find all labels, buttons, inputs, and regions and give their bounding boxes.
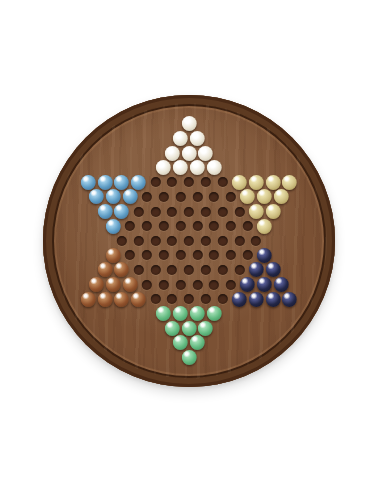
cell-r13-c11 — [248, 292, 265, 307]
marble-jade-green[interactable] — [173, 335, 188, 350]
cell-r5-c12 — [265, 175, 282, 190]
cell-r3-c2 — [181, 146, 198, 161]
grid-row-9 — [80, 233, 298, 248]
empty-hole[interactable] — [159, 221, 169, 231]
marble-khaki-yellow[interactable] — [249, 204, 264, 219]
cell-r13-c2 — [97, 292, 114, 307]
marble-white[interactable] — [181, 116, 196, 131]
marble-copper-brown[interactable] — [81, 292, 96, 307]
cell-r6-c4 — [139, 190, 156, 205]
cell-r6-c8 — [206, 190, 223, 205]
marble-white[interactable] — [190, 131, 205, 146]
empty-hole[interactable] — [159, 250, 169, 260]
cell-r8-c6 — [189, 219, 206, 234]
marble-light-blue[interactable] — [106, 189, 121, 204]
empty-hole[interactable] — [176, 221, 186, 231]
marble-khaki-yellow[interactable] — [282, 175, 297, 190]
cell-r5-c8 — [197, 175, 214, 190]
marble-jade-green[interactable] — [198, 321, 213, 336]
empty-hole[interactable] — [243, 221, 253, 231]
empty-hole[interactable] — [167, 265, 177, 275]
grid-row-17 — [80, 350, 298, 365]
cell-r13-c5 — [147, 292, 164, 307]
product-photo-canvas — [0, 0, 381, 492]
empty-hole[interactable] — [251, 236, 261, 246]
empty-hole[interactable] — [192, 250, 202, 260]
cell-r15-c2 — [181, 321, 198, 336]
empty-hole[interactable] — [192, 192, 202, 202]
cell-r4-c2 — [172, 160, 189, 175]
empty-hole[interactable] — [150, 294, 160, 304]
cell-r11-c5 — [164, 263, 181, 278]
cell-r8-c2 — [122, 219, 139, 234]
cell-r14-c2 — [172, 306, 189, 321]
cell-r16-c1 — [172, 336, 189, 351]
marble-copper-brown[interactable] — [106, 277, 121, 292]
empty-hole[interactable] — [218, 265, 228, 275]
grid-row-13 — [80, 292, 298, 307]
cell-r5-c2 — [97, 175, 114, 190]
cell-r10-c9 — [239, 248, 256, 263]
cell-r12-c1 — [88, 277, 105, 292]
marble-jade-green[interactable] — [165, 321, 180, 336]
empty-hole[interactable] — [167, 207, 177, 217]
marble-light-blue[interactable] — [81, 175, 96, 190]
marble-navy[interactable] — [249, 262, 264, 277]
empty-hole[interactable] — [192, 221, 202, 231]
marble-khaki-yellow[interactable] — [257, 189, 272, 204]
grid-row-10 — [80, 248, 298, 263]
empty-hole[interactable] — [184, 265, 194, 275]
cell-r13-c13 — [281, 292, 298, 307]
empty-hole[interactable] — [184, 177, 194, 187]
marble-white[interactable] — [190, 160, 205, 175]
grid-row-1 — [80, 117, 298, 132]
cell-r11-c9 — [231, 263, 248, 278]
empty-hole[interactable] — [243, 250, 253, 260]
cell-r10-c7 — [206, 248, 223, 263]
cell-r4-c3 — [189, 160, 206, 175]
cell-r11-c8 — [214, 263, 231, 278]
cell-r7-c4 — [147, 204, 164, 219]
marble-jade-green[interactable] — [156, 306, 171, 321]
empty-hole[interactable] — [159, 280, 169, 290]
empty-hole[interactable] — [167, 294, 177, 304]
cell-r6-c10 — [239, 190, 256, 205]
cell-r6-c11 — [256, 190, 273, 205]
empty-hole[interactable] — [167, 236, 177, 246]
empty-hole[interactable] — [134, 265, 144, 275]
empty-hole[interactable] — [142, 192, 152, 202]
marble-white[interactable] — [156, 160, 171, 175]
marble-navy[interactable] — [274, 277, 289, 292]
cell-r7-c6 — [181, 204, 198, 219]
empty-hole[interactable] — [150, 236, 160, 246]
marble-light-blue[interactable] — [123, 189, 138, 204]
cell-r14-c1 — [155, 306, 172, 321]
cell-r13-c3 — [113, 292, 130, 307]
cell-r9-c1 — [113, 233, 130, 248]
marble-copper-brown[interactable] — [98, 262, 113, 277]
empty-hole[interactable] — [209, 280, 219, 290]
cell-r5-c1 — [80, 175, 97, 190]
cell-r5-c11 — [248, 175, 265, 190]
empty-hole[interactable] — [234, 236, 244, 246]
marble-khaki-yellow[interactable] — [249, 175, 264, 190]
cell-r11-c2 — [113, 263, 130, 278]
cell-r6-c12 — [273, 190, 290, 205]
marble-white[interactable] — [173, 131, 188, 146]
marble-khaki-yellow[interactable] — [257, 219, 272, 234]
cell-r9-c6 — [197, 233, 214, 248]
grid-row-8 — [80, 219, 298, 234]
empty-hole[interactable] — [201, 265, 211, 275]
empty-hole[interactable] — [209, 192, 219, 202]
cell-r11-c3 — [130, 263, 147, 278]
empty-hole[interactable] — [226, 221, 236, 231]
marble-navy[interactable] — [232, 292, 247, 307]
cell-r10-c10 — [256, 248, 273, 263]
marble-light-blue[interactable] — [98, 175, 113, 190]
empty-hole[interactable] — [209, 221, 219, 231]
cell-r15-c3 — [197, 321, 214, 336]
marble-khaki-yellow[interactable] — [232, 175, 247, 190]
empty-hole[interactable] — [226, 250, 236, 260]
cell-r6-c3 — [122, 190, 139, 205]
empty-hole[interactable] — [167, 177, 177, 187]
cell-r8-c7 — [206, 219, 223, 234]
cell-r8-c5 — [172, 219, 189, 234]
cell-r9-c4 — [164, 233, 181, 248]
cell-r7-c5 — [164, 204, 181, 219]
cell-r9-c5 — [181, 233, 198, 248]
marble-jade-green[interactable] — [181, 321, 196, 336]
marble-copper-brown[interactable] — [98, 292, 113, 307]
marble-jade-green[interactable] — [190, 335, 205, 350]
cell-r5-c13 — [281, 175, 298, 190]
cell-r11-c4 — [147, 263, 164, 278]
cell-r6-c2 — [105, 190, 122, 205]
empty-hole[interactable] — [201, 207, 211, 217]
cell-r6-c7 — [189, 190, 206, 205]
marble-light-blue[interactable] — [98, 204, 113, 219]
empty-hole[interactable] — [142, 221, 152, 231]
cell-r7-c1 — [97, 204, 114, 219]
cell-r10-c5 — [172, 248, 189, 263]
cell-r6-c1 — [88, 190, 105, 205]
marble-navy[interactable] — [265, 292, 280, 307]
marble-navy[interactable] — [257, 248, 272, 263]
empty-hole[interactable] — [184, 294, 194, 304]
cell-r5-c6 — [164, 175, 181, 190]
empty-hole[interactable] — [125, 250, 135, 260]
grid-row-2 — [80, 131, 298, 146]
grid-row-15 — [80, 321, 298, 336]
empty-hole[interactable] — [218, 294, 228, 304]
cell-r7-c8 — [214, 204, 231, 219]
grid-row-12 — [80, 277, 298, 292]
cell-r9-c9 — [248, 233, 265, 248]
cell-r13-c4 — [130, 292, 147, 307]
cell-r13-c6 — [164, 292, 181, 307]
empty-hole[interactable] — [125, 221, 135, 231]
empty-hole[interactable] — [150, 207, 160, 217]
cell-r7-c3 — [130, 204, 147, 219]
cell-r13-c10 — [231, 292, 248, 307]
cell-r1-c1 — [181, 117, 198, 132]
grid-row-6 — [80, 190, 298, 205]
empty-hole[interactable] — [142, 250, 152, 260]
marble-white[interactable] — [165, 146, 180, 161]
cell-r8-c8 — [223, 219, 240, 234]
cell-r12-c2 — [105, 277, 122, 292]
cell-r4-c4 — [206, 160, 223, 175]
cell-r5-c7 — [181, 175, 198, 190]
cell-r10-c3 — [139, 248, 156, 263]
cell-r13-c12 — [265, 292, 282, 307]
cell-r9-c7 — [214, 233, 231, 248]
empty-hole[interactable] — [117, 236, 127, 246]
cell-r15-c1 — [164, 321, 181, 336]
cell-r12-c7 — [189, 277, 206, 292]
cell-r14-c4 — [206, 306, 223, 321]
marble-khaki-yellow[interactable] — [265, 204, 280, 219]
empty-hole[interactable] — [150, 265, 160, 275]
empty-hole[interactable] — [142, 280, 152, 290]
empty-hole[interactable] — [150, 177, 160, 187]
marble-copper-brown[interactable] — [114, 262, 129, 277]
marble-khaki-yellow[interactable] — [265, 175, 280, 190]
cell-r10-c2 — [122, 248, 139, 263]
empty-hole[interactable] — [201, 177, 211, 187]
cell-r6-c5 — [155, 190, 172, 205]
cell-r10-c1 — [105, 248, 122, 263]
grid-row-14 — [80, 306, 298, 321]
empty-hole[interactable] — [218, 207, 228, 217]
marble-navy[interactable] — [249, 292, 264, 307]
marble-white[interactable] — [181, 146, 196, 161]
cell-r9-c8 — [231, 233, 248, 248]
cell-r12-c10 — [239, 277, 256, 292]
cell-r9-c3 — [147, 233, 164, 248]
cell-r13-c1 — [80, 292, 97, 307]
marble-copper-brown[interactable] — [114, 292, 129, 307]
cell-r5-c10 — [231, 175, 248, 190]
cell-r8-c4 — [155, 219, 172, 234]
marble-khaki-yellow[interactable] — [274, 189, 289, 204]
grid-row-3 — [80, 146, 298, 161]
cell-r17-c1 — [181, 350, 198, 365]
empty-hole[interactable] — [234, 207, 244, 217]
cell-r11-c1 — [97, 263, 114, 278]
cell-r9-c2 — [130, 233, 147, 248]
marble-copper-brown[interactable] — [131, 292, 146, 307]
empty-hole[interactable] — [184, 207, 194, 217]
marble-copper-brown[interactable] — [123, 277, 138, 292]
cell-r6-c6 — [172, 190, 189, 205]
cell-r12-c6 — [172, 277, 189, 292]
cell-r14-c3 — [189, 306, 206, 321]
cell-r2-c2 — [189, 131, 206, 146]
empty-hole[interactable] — [176, 192, 186, 202]
cell-r4-c1 — [155, 160, 172, 175]
cell-r7-c9 — [231, 204, 248, 219]
cell-r10-c8 — [223, 248, 240, 263]
empty-hole[interactable] — [134, 207, 144, 217]
cell-r13-c8 — [197, 292, 214, 307]
cell-r7-c11 — [265, 204, 282, 219]
cell-r10-c6 — [189, 248, 206, 263]
cell-r5-c9 — [214, 175, 231, 190]
grid-row-7 — [80, 204, 298, 219]
cell-r12-c11 — [256, 277, 273, 292]
marble-copper-brown[interactable] — [106, 248, 121, 263]
cell-r16-c2 — [189, 336, 206, 351]
cell-r12-c4 — [139, 277, 156, 292]
empty-hole[interactable] — [184, 236, 194, 246]
cell-r6-c9 — [223, 190, 240, 205]
cell-r8-c10 — [256, 219, 273, 234]
empty-hole[interactable] — [201, 294, 211, 304]
cell-r11-c11 — [265, 263, 282, 278]
cell-r7-c10 — [248, 204, 265, 219]
empty-hole[interactable] — [234, 265, 244, 275]
empty-hole[interactable] — [176, 250, 186, 260]
empty-hole[interactable] — [159, 192, 169, 202]
cell-r12-c5 — [155, 277, 172, 292]
empty-hole[interactable] — [192, 280, 202, 290]
cell-r11-c6 — [181, 263, 198, 278]
cell-r2-c1 — [172, 131, 189, 146]
marble-white[interactable] — [207, 160, 222, 175]
cell-r13-c7 — [181, 292, 198, 307]
marble-light-blue[interactable] — [106, 219, 121, 234]
empty-hole[interactable] — [226, 280, 236, 290]
marble-jade-green[interactable] — [190, 306, 205, 321]
marble-copper-brown[interactable] — [89, 277, 104, 292]
cell-r3-c1 — [164, 146, 181, 161]
grid-row-4 — [80, 160, 298, 175]
marble-jade-green[interactable] — [173, 306, 188, 321]
marble-navy[interactable] — [265, 262, 280, 277]
cell-r12-c12 — [273, 277, 290, 292]
empty-hole[interactable] — [226, 192, 236, 202]
marble-khaki-yellow[interactable] — [240, 189, 255, 204]
cell-r8-c9 — [239, 219, 256, 234]
grid-row-16 — [80, 336, 298, 351]
marble-navy[interactable] — [257, 277, 272, 292]
cell-r5-c3 — [113, 175, 130, 190]
cell-r5-c4 — [130, 175, 147, 190]
cell-r12-c9 — [223, 277, 240, 292]
cell-r8-c1 — [105, 219, 122, 234]
chinese-checkers-board — [43, 95, 335, 387]
cell-r8-c3 — [139, 219, 156, 234]
cell-r13-c9 — [214, 292, 231, 307]
marble-light-blue[interactable] — [89, 189, 104, 204]
empty-hole[interactable] — [218, 177, 228, 187]
marble-light-blue[interactable] — [131, 175, 146, 190]
cell-r10-c4 — [155, 248, 172, 263]
empty-hole[interactable] — [218, 236, 228, 246]
marble-jade-green[interactable] — [181, 350, 196, 365]
empty-hole[interactable] — [134, 236, 144, 246]
cell-r5-c5 — [147, 175, 164, 190]
cell-r11-c10 — [248, 263, 265, 278]
marble-navy[interactable] — [240, 277, 255, 292]
cell-r7-c2 — [113, 204, 130, 219]
cell-r7-c7 — [197, 204, 214, 219]
star-grid — [80, 117, 298, 365]
cell-r11-c7 — [197, 263, 214, 278]
marble-white[interactable] — [173, 160, 188, 175]
marble-white[interactable] — [198, 146, 213, 161]
marble-light-blue[interactable] — [114, 204, 129, 219]
empty-hole[interactable] — [209, 250, 219, 260]
cell-r12-c3 — [122, 277, 139, 292]
cell-r12-c8 — [206, 277, 223, 292]
grid-row-11 — [80, 263, 298, 278]
marble-jade-green[interactable] — [207, 306, 222, 321]
empty-hole[interactable] — [176, 280, 186, 290]
marble-navy[interactable] — [282, 292, 297, 307]
cell-r3-c3 — [197, 146, 214, 161]
grid-row-5 — [80, 175, 298, 190]
empty-hole[interactable] — [201, 236, 211, 246]
marble-light-blue[interactable] — [114, 175, 129, 190]
